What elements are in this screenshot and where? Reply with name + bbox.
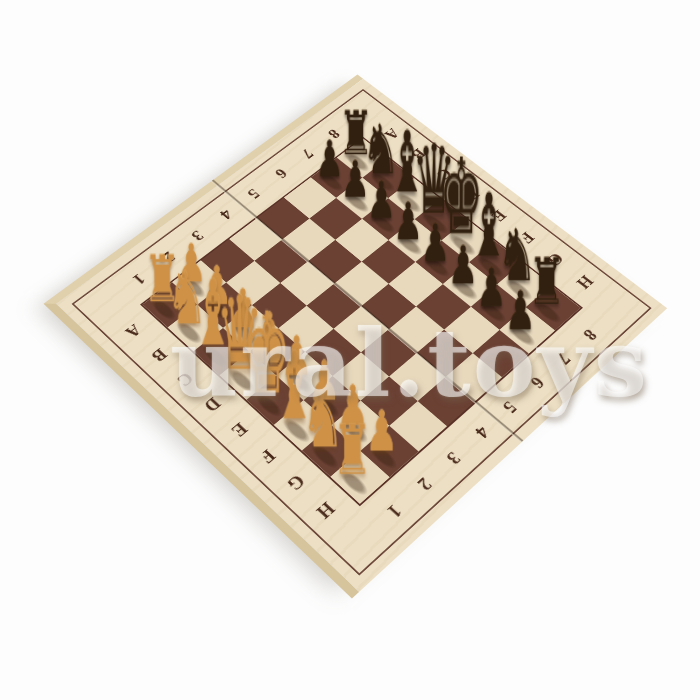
black-pawn: ♟ [480,285,560,336]
white-rook: ♜ [310,418,395,484]
rank-label-right-7: 7 [536,335,591,381]
chess-board: ABCDEFGH ABCDEFGH 87654321 87654321 ♜♞♝♛… [43,74,667,598]
square-h7: ♟ [499,307,554,353]
playing-field: ♜♞♝♛♚♝♞♜♟♟♟♟♟♟♟♟♟♟♟♟♟♟♟♟♜♞♝♛♚♝♞♜ [140,136,583,506]
product-photo: ABCDEFGH ABCDEFGH 87654321 87654321 ♜♞♝♛… [0,0,700,700]
square-h1: ♜ [331,451,390,504]
board-face: ABCDEFGH ABCDEFGH 87654321 87654321 ♜♞♝♛… [56,79,667,592]
